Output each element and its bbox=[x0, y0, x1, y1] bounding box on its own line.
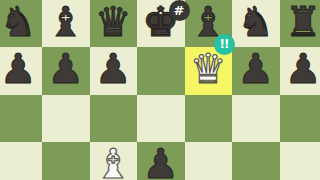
square-b8[interactable]: ♞ bbox=[0, 0, 42, 47]
square-c8[interactable]: ♝ bbox=[42, 0, 90, 47]
square-d7[interactable]: ♟ bbox=[90, 47, 138, 95]
square-h7[interactable]: ♟ bbox=[280, 47, 320, 95]
square-h8[interactable]: ♜ bbox=[280, 0, 320, 47]
board-viewport: ♜♞♝♛♚♝♞♜♟♟♟♛♟♟♝♟♟♟♟♟♟♟♟♟♟♜♞♝♚♞♜ !!# bbox=[0, 0, 320, 180]
square-f6[interactable] bbox=[185, 95, 233, 143]
square-h6[interactable] bbox=[280, 95, 320, 143]
black-knight-piece[interactable]: ♞ bbox=[237, 2, 274, 43]
square-b5[interactable] bbox=[0, 142, 42, 180]
black-queen-piece[interactable]: ♛ bbox=[95, 2, 132, 43]
chess-board: ♜♞♝♛♚♝♞♜♟♟♟♛♟♟♝♟♟♟♟♟♟♟♟♟♟♜♞♝♚♞♜ bbox=[0, 0, 320, 180]
square-e7[interactable] bbox=[137, 47, 185, 95]
square-c7[interactable]: ♟ bbox=[42, 47, 90, 95]
black-pawn-piece[interactable]: ♟ bbox=[237, 49, 274, 90]
black-knight-piece[interactable]: ♞ bbox=[0, 2, 37, 43]
square-g6[interactable] bbox=[232, 95, 280, 143]
square-f5[interactable] bbox=[185, 142, 233, 180]
black-bishop-piece[interactable]: ♝ bbox=[47, 2, 84, 43]
square-e5[interactable]: ♟ bbox=[137, 142, 185, 180]
square-d6[interactable] bbox=[90, 95, 138, 143]
square-g5[interactable] bbox=[232, 142, 280, 180]
black-pawn-piece[interactable]: ♟ bbox=[285, 49, 320, 90]
black-pawn-piece[interactable]: ♟ bbox=[95, 49, 132, 90]
square-b6[interactable] bbox=[0, 95, 42, 143]
checkmate-badge: # bbox=[169, 0, 190, 21]
square-g8[interactable]: ♞ bbox=[232, 0, 280, 47]
white-bishop-piece[interactable]: ♝ bbox=[95, 144, 132, 180]
square-g7[interactable]: ♟ bbox=[232, 47, 280, 95]
square-h5[interactable] bbox=[280, 142, 320, 180]
black-pawn-piece[interactable]: ♟ bbox=[47, 49, 84, 90]
square-d5[interactable]: ♝ bbox=[90, 142, 138, 180]
white-queen-piece[interactable]: ♛ bbox=[190, 49, 227, 90]
square-c5[interactable] bbox=[42, 142, 90, 180]
square-b7[interactable]: ♟ bbox=[0, 47, 42, 95]
brilliant-badge: !! bbox=[214, 34, 235, 55]
square-e6[interactable] bbox=[137, 95, 185, 143]
black-pawn-piece[interactable]: ♟ bbox=[142, 144, 179, 180]
black-pawn-piece[interactable]: ♟ bbox=[0, 49, 37, 90]
square-c6[interactable] bbox=[42, 95, 90, 143]
square-d8[interactable]: ♛ bbox=[90, 0, 138, 47]
black-rook-piece[interactable]: ♜ bbox=[285, 2, 320, 43]
